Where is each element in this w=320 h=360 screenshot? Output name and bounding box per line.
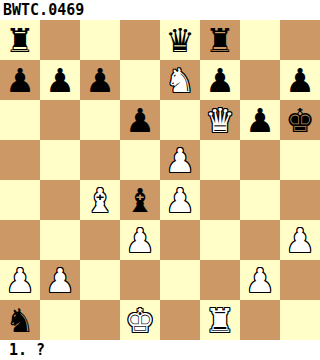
square-h8[interactable] [280, 20, 320, 60]
square-d6[interactable]: ♟ [120, 100, 160, 140]
square-d5[interactable] [120, 140, 160, 180]
piece-black-pawn: ♟ [85, 64, 115, 97]
piece-white-knight: ♞ [165, 64, 195, 97]
square-h2[interactable] [280, 260, 320, 300]
piece-black-rook: ♜ [5, 24, 35, 57]
square-g5[interactable] [240, 140, 280, 180]
square-e5[interactable]: ♟ [160, 140, 200, 180]
square-b3[interactable] [40, 220, 80, 260]
square-d8[interactable] [120, 20, 160, 60]
piece-black-bishop: ♝ [125, 184, 155, 217]
piece-black-knight: ♞ [5, 304, 35, 337]
square-f3[interactable] [200, 220, 240, 260]
square-e4[interactable]: ♟ [160, 180, 200, 220]
square-d7[interactable] [120, 60, 160, 100]
square-f8[interactable]: ♜ [200, 20, 240, 60]
piece-white-pawn: ♟ [125, 224, 155, 257]
piece-black-queen: ♛ [165, 24, 195, 57]
square-a4[interactable] [0, 180, 40, 220]
square-c4[interactable]: ♝ [80, 180, 120, 220]
square-d3[interactable]: ♟ [120, 220, 160, 260]
square-c1[interactable] [80, 300, 120, 340]
square-b7[interactable]: ♟ [40, 60, 80, 100]
square-f7[interactable]: ♟ [200, 60, 240, 100]
piece-white-pawn: ♟ [45, 264, 75, 297]
piece-white-king: ♚ [125, 304, 155, 337]
square-f2[interactable] [200, 260, 240, 300]
piece-black-pawn: ♟ [205, 64, 235, 97]
square-b2[interactable]: ♟ [40, 260, 80, 300]
square-b5[interactable] [40, 140, 80, 180]
square-f1[interactable]: ♜ [200, 300, 240, 340]
square-a2[interactable]: ♟ [0, 260, 40, 300]
piece-black-pawn: ♟ [285, 64, 315, 97]
square-b4[interactable] [40, 180, 80, 220]
piece-black-pawn: ♟ [245, 104, 275, 137]
square-a3[interactable] [0, 220, 40, 260]
square-a6[interactable] [0, 100, 40, 140]
square-c8[interactable] [80, 20, 120, 60]
square-g2[interactable]: ♟ [240, 260, 280, 300]
square-a5[interactable] [0, 140, 40, 180]
square-e1[interactable] [160, 300, 200, 340]
piece-white-pawn: ♟ [5, 264, 35, 297]
piece-black-pawn: ♟ [45, 64, 75, 97]
square-c5[interactable] [80, 140, 120, 180]
square-e3[interactable] [160, 220, 200, 260]
piece-black-pawn: ♟ [5, 64, 35, 97]
square-d1[interactable]: ♚ [120, 300, 160, 340]
square-g3[interactable] [240, 220, 280, 260]
piece-white-pawn: ♟ [285, 224, 315, 257]
square-d4[interactable]: ♝ [120, 180, 160, 220]
piece-white-queen: ♛ [205, 104, 235, 137]
square-d2[interactable] [120, 260, 160, 300]
piece-black-pawn: ♟ [125, 104, 155, 137]
chess-diagram-page: BWTC.0469 ♜♛♜♟♟♟♞♟♟♟♛♟♚♟♝♝♟♟♟♟♟♟♞♚♜ 1. ? [0, 0, 320, 360]
square-c7[interactable]: ♟ [80, 60, 120, 100]
piece-black-rook: ♜ [205, 24, 235, 57]
square-g4[interactable] [240, 180, 280, 220]
square-b8[interactable] [40, 20, 80, 60]
square-h4[interactable] [280, 180, 320, 220]
piece-white-rook: ♜ [205, 304, 235, 337]
piece-white-pawn: ♟ [165, 184, 195, 217]
square-g7[interactable] [240, 60, 280, 100]
square-g6[interactable]: ♟ [240, 100, 280, 140]
square-c6[interactable] [80, 100, 120, 140]
square-e8[interactable]: ♛ [160, 20, 200, 60]
square-a8[interactable]: ♜ [0, 20, 40, 60]
square-a7[interactable]: ♟ [0, 60, 40, 100]
piece-white-bishop: ♝ [85, 184, 115, 217]
square-f5[interactable] [200, 140, 240, 180]
square-h5[interactable] [280, 140, 320, 180]
square-h7[interactable]: ♟ [280, 60, 320, 100]
square-c2[interactable] [80, 260, 120, 300]
square-a1[interactable]: ♞ [0, 300, 40, 340]
square-f4[interactable] [200, 180, 240, 220]
square-g8[interactable] [240, 20, 280, 60]
piece-white-pawn: ♟ [245, 264, 275, 297]
move-prompt: 1. ? [0, 340, 320, 360]
chess-board: ♜♛♜♟♟♟♞♟♟♟♛♟♚♟♝♝♟♟♟♟♟♟♞♚♜ [0, 20, 320, 340]
square-h1[interactable] [280, 300, 320, 340]
square-e6[interactable] [160, 100, 200, 140]
square-b1[interactable] [40, 300, 80, 340]
square-e7[interactable]: ♞ [160, 60, 200, 100]
square-b6[interactable] [40, 100, 80, 140]
square-c3[interactable] [80, 220, 120, 260]
square-e2[interactable] [160, 260, 200, 300]
piece-white-pawn: ♟ [165, 144, 195, 177]
piece-black-king: ♚ [285, 104, 315, 137]
square-f6[interactable]: ♛ [200, 100, 240, 140]
square-g1[interactable] [240, 300, 280, 340]
square-h3[interactable]: ♟ [280, 220, 320, 260]
square-h6[interactable]: ♚ [280, 100, 320, 140]
diagram-id: BWTC.0469 [0, 0, 320, 20]
